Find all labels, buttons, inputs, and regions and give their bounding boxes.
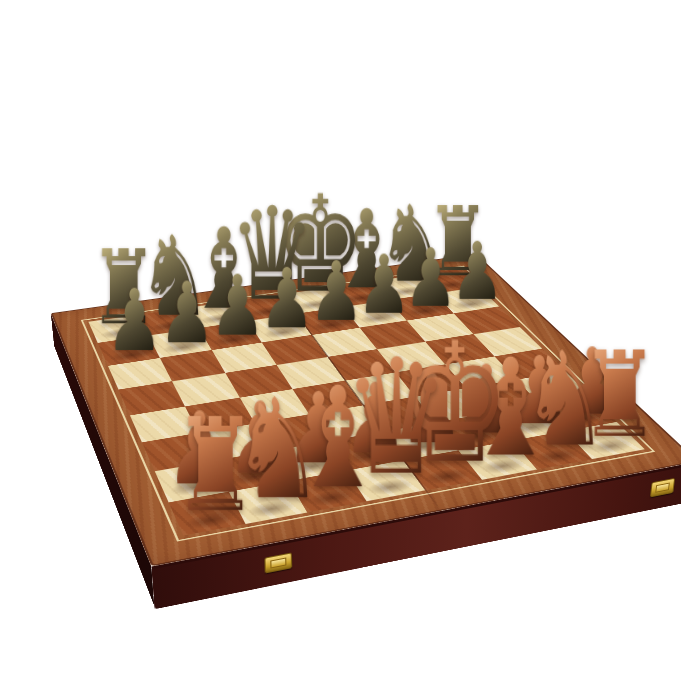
latch-left xyxy=(264,552,292,573)
black-pawn[interactable]: ♟ xyxy=(404,237,458,317)
page: { "game": "chess", "scene": { "type": "p… xyxy=(0,0,681,679)
black-pawn[interactable]: ♟ xyxy=(209,263,265,347)
black-pawn[interactable]: ♟ xyxy=(450,231,503,311)
black-pawn[interactable]: ♟ xyxy=(309,250,364,332)
white-rook[interactable]: ♜ xyxy=(172,402,258,531)
square-a7[interactable]: ♟ xyxy=(98,336,160,366)
square-a1[interactable]: ♜ xyxy=(169,491,246,535)
product-photo-scene: ♜♞♝♛♚♝♞♜♟♟♟♟♟♟♟♟♟♟♟♟♟♟♟♟♜♞♝♛♚♝♞♜ xyxy=(0,0,681,679)
black-pawn[interactable]: ♟ xyxy=(158,270,214,355)
perspective-wrapper: ♜♞♝♛♚♝♞♜♟♟♟♟♟♟♟♟♟♟♟♟♟♟♟♟♜♞♝♛♚♝♞♜ xyxy=(0,0,681,679)
black-pawn[interactable]: ♟ xyxy=(106,277,163,362)
chess-box: ♜♞♝♛♚♝♞♜♟♟♟♟♟♟♟♟♟♟♟♟♟♟♟♟♜♞♝♛♚♝♞♜ xyxy=(51,254,681,567)
black-pawn[interactable]: ♟ xyxy=(259,257,314,340)
latch-right xyxy=(650,478,675,498)
